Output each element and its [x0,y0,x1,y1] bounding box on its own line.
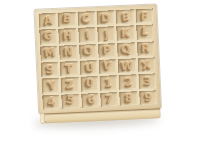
wooden-character-F: F [140,10,148,21]
wooden-character-4: 4 [47,96,57,108]
wooden-character-Y: Y [47,80,56,92]
wooden-character-M: M [44,47,56,59]
compartment-I: I [78,27,96,42]
compartment-9: 9 [139,90,157,105]
compartment-8: 8 [120,91,138,106]
wooden-character-Z: Z [66,79,74,90]
compartment-V: V [99,59,117,74]
compartment-4: 4 [42,94,60,109]
wooden-character-G: G [43,30,53,42]
wooden-tray: ABCDEFGHIJKLMNOPQRSTUVWXYZ0123456789 [34,4,161,124]
compartment-P: P [98,43,116,58]
compartment-L: L [136,25,154,40]
letter-grid: ABCDEFGHIJKLMNOPQRSTUVWXYZ0123456789 [39,8,157,109]
compartment-1: 1 [100,75,118,90]
wooden-character-Q: Q [121,43,132,56]
wooden-character-7: 7 [105,94,113,105]
wooden-character-6: 6 [86,94,95,106]
wooden-character-C: C [81,12,91,24]
compartment-X: X [137,57,155,72]
wooden-character-K: K [121,28,130,39]
wooden-character-N: N [64,46,74,57]
wooden-character-T: T [65,63,73,74]
compartment-5: 5 [62,94,80,109]
wooden-character-H: H [63,30,73,41]
compartment-W: W [118,58,136,73]
compartment-0: 0 [80,76,98,91]
compartment-T: T [60,61,78,76]
wooden-character-D: D [101,12,111,23]
wooden-character-E: E [121,11,130,23]
compartment-6: 6 [81,93,99,108]
compartment-G: G [39,29,57,44]
compartment-3: 3 [138,74,156,89]
wooden-character-1: 1 [104,77,112,88]
wooden-character-A: A [44,14,54,26]
compartment-E: E [116,9,134,24]
wooden-character-O: O [83,46,93,57]
wooden-character-L: L [141,26,149,38]
compartment-D: D [97,10,115,25]
compartment-A: A [39,13,57,28]
compartment-7: 7 [100,92,118,107]
compartment-J: J [97,27,115,42]
compartment-U: U [79,60,97,75]
compartment-Z: Z [61,77,79,92]
compartment-C: C [77,11,95,26]
wooden-character-8: 8 [124,93,132,104]
photo-background: ABCDEFGHIJKLMNOPQRSTUVWXYZ0123456789 [0,0,200,150]
wooden-character-P: P [103,45,112,56]
wooden-character-0: 0 [85,77,93,89]
compartment-2: 2 [119,75,137,90]
wooden-character-B: B [62,13,71,25]
wooden-character-2: 2 [124,76,133,88]
compartment-O: O [79,44,97,59]
compartment-R: R [137,41,155,56]
wooden-character-3: 3 [143,76,151,87]
compartment-S: S [41,62,59,77]
compartment-M: M [40,45,58,60]
compartment-B: B [58,12,76,27]
wooden-character-R: R [141,43,150,54]
compartment-N: N [59,45,77,60]
tray-frame: ABCDEFGHIJKLMNOPQRSTUVWXYZ0123456789 [34,4,161,113]
compartment-Y: Y [42,78,60,93]
wooden-character-5: 5 [66,94,74,106]
wooden-character-U: U [84,61,94,73]
wooden-character-J: J [103,28,109,40]
compartment-F: F [135,8,153,23]
compartment-H: H [59,28,77,43]
compartment-Q: Q [117,42,135,57]
wooden-character-V: V [103,60,112,72]
tray-corner-endgrain [40,113,45,123]
wooden-character-I: I [85,29,91,40]
compartment-K: K [117,26,135,41]
wooden-character-X: X [141,59,151,71]
wooden-character-W: W [121,60,134,72]
wooden-character-S: S [46,64,54,75]
wooden-character-9: 9 [144,92,152,103]
